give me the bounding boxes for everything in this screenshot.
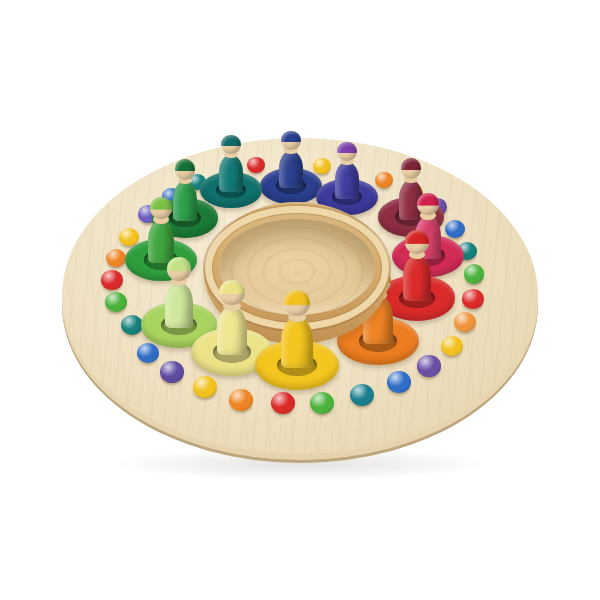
peg-doll-head-8[interactable] [167, 257, 191, 281]
peg-doll-head-7[interactable] [219, 280, 244, 305]
peg-doll-head-10[interactable] [175, 159, 195, 179]
peg-doll-body-8-pale-lime[interactable] [165, 282, 193, 328]
day-ball-14-teal[interactable] [350, 384, 374, 406]
day-ball-18-yellow[interactable] [193, 376, 217, 398]
day-ball-10-orange[interactable] [454, 312, 476, 332]
day-ball-23-red[interactable] [101, 270, 122, 289]
day-ball-12-purple[interactable] [417, 355, 440, 376]
day-ball-15-green[interactable] [310, 392, 334, 414]
peg-doll-body-4-red[interactable] [403, 255, 431, 301]
calendar-board-photo [0, 0, 600, 600]
peg-doll-body-9-green[interactable] [148, 220, 175, 263]
peg-doll-body-10-emerald[interactable] [173, 181, 198, 221]
day-ball-13-blue[interactable] [387, 371, 411, 393]
peg-doll-head-4[interactable] [405, 230, 429, 254]
peg-doll-head-11[interactable] [221, 135, 240, 154]
peg-doll-body-12-navy[interactable] [279, 151, 302, 189]
day-ball-19-purple[interactable] [160, 361, 183, 382]
day-ball-22-green[interactable] [105, 292, 127, 312]
peg-doll-body-7-pale-yellow[interactable] [217, 306, 247, 355]
peg-doll-head-12[interactable] [281, 131, 300, 150]
peg-doll-head-1[interactable] [337, 142, 356, 161]
day-ball-16-red[interactable] [271, 392, 295, 414]
peg-doll-head-9[interactable] [150, 197, 172, 219]
day-ball-9-red[interactable] [462, 289, 484, 309]
peg-doll-head-3[interactable] [417, 193, 439, 215]
day-ball-17-orange[interactable] [229, 389, 253, 411]
day-ball-21-teal[interactable] [121, 315, 143, 335]
peg-doll-body-1-indigo-purple[interactable] [335, 162, 358, 200]
peg-doll-head-2[interactable] [401, 158, 421, 178]
peg-doll-body-6-yellow[interactable] [281, 317, 312, 368]
day-ball-8-green[interactable] [464, 264, 485, 283]
day-ball-6-blue[interactable] [445, 220, 465, 238]
peg-doll-body-11-teal[interactable] [219, 155, 242, 193]
